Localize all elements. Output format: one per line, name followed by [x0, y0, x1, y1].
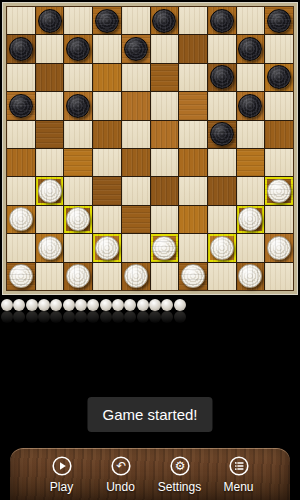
black-piece[interactable]	[210, 65, 234, 89]
tray-piece	[161, 299, 173, 311]
board-square[interactable]	[151, 177, 179, 204]
tray-piece	[112, 299, 124, 311]
board-square[interactable]	[93, 121, 121, 148]
tray-piece	[63, 311, 75, 323]
checkers-board	[2, 2, 298, 295]
white-piece[interactable]	[38, 236, 62, 260]
board-square[interactable]	[179, 263, 207, 290]
board-square[interactable]	[36, 263, 64, 290]
board-square[interactable]	[265, 149, 293, 176]
app-screen: { "game": "checkers", "variant": "intern…	[0, 0, 300, 500]
board-square[interactable]	[237, 234, 265, 261]
white-piece[interactable]	[238, 264, 262, 288]
board-square[interactable]	[36, 234, 64, 261]
menu-button[interactable]: Menu	[209, 455, 268, 494]
board-square[interactable]	[7, 177, 35, 204]
tray-piece	[38, 299, 50, 311]
board-square[interactable]	[179, 7, 207, 34]
menu-label: Menu	[223, 480, 253, 494]
tray-piece	[63, 299, 75, 311]
board-square[interactable]	[237, 64, 265, 91]
board-square[interactable]	[122, 149, 150, 176]
tray-piece	[161, 311, 173, 323]
black-piece[interactable]	[238, 37, 262, 61]
svg-text:↶: ↶	[116, 458, 126, 472]
play-label: Play	[50, 480, 73, 494]
board-square[interactable]	[151, 149, 179, 176]
board-square[interactable]	[179, 149, 207, 176]
white-piece[interactable]	[66, 207, 90, 231]
board-square[interactable]	[122, 234, 150, 261]
board-grid	[6, 6, 294, 291]
board-square[interactable]	[151, 121, 179, 148]
board-square[interactable]	[64, 35, 92, 62]
board-square[interactable]	[36, 64, 64, 91]
board-square[interactable]	[64, 92, 92, 119]
white-piece[interactable]	[9, 264, 33, 288]
tray-piece	[137, 311, 149, 323]
black-piece[interactable]	[66, 94, 90, 118]
board-square[interactable]	[122, 7, 150, 34]
undo-label: Undo	[106, 480, 135, 494]
tray-piece	[149, 299, 161, 311]
undo-button[interactable]: ↶ Undo	[91, 455, 150, 494]
board-square[interactable]	[237, 206, 265, 233]
black-piece[interactable]	[66, 37, 90, 61]
board-square[interactable]	[265, 35, 293, 62]
board-square[interactable]	[93, 35, 121, 62]
board-square[interactable]	[265, 206, 293, 233]
tray-piece	[38, 311, 50, 323]
board-square[interactable]	[7, 35, 35, 62]
settings-button[interactable]: ⚙ Settings	[150, 455, 209, 494]
tray-piece	[137, 299, 149, 311]
board-square[interactable]	[265, 92, 293, 119]
tray-piece	[87, 299, 99, 311]
board-square[interactable]	[7, 7, 35, 34]
board-square[interactable]	[151, 234, 179, 261]
board-square[interactable]	[151, 64, 179, 91]
board-square[interactable]	[7, 121, 35, 148]
tray-piece	[112, 311, 124, 323]
board-square[interactable]	[122, 121, 150, 148]
white-piece[interactable]	[267, 179, 291, 203]
white-piece[interactable]	[95, 236, 119, 260]
board-square[interactable]	[64, 64, 92, 91]
board-square[interactable]	[64, 234, 92, 261]
board-square[interactable]	[179, 177, 207, 204]
tray-piece	[100, 299, 112, 311]
board-square[interactable]	[208, 263, 236, 290]
board-square[interactable]	[179, 92, 207, 119]
black-piece[interactable]	[38, 9, 62, 33]
board-square[interactable]	[151, 92, 179, 119]
black-piece[interactable]	[210, 9, 234, 33]
board-square[interactable]	[237, 35, 265, 62]
board-square[interactable]	[237, 177, 265, 204]
tray-piece	[149, 311, 161, 323]
black-piece[interactable]	[238, 94, 262, 118]
black-piece[interactable]	[95, 9, 119, 33]
tray-piece	[174, 299, 186, 311]
play-icon	[51, 455, 73, 477]
board-square[interactable]	[93, 92, 121, 119]
board-square[interactable]	[93, 263, 121, 290]
board-square[interactable]	[208, 35, 236, 62]
tray-piece	[50, 299, 62, 311]
board-square[interactable]	[237, 263, 265, 290]
white-piece[interactable]	[9, 207, 33, 231]
black-piece[interactable]	[267, 65, 291, 89]
board-square[interactable]	[7, 234, 35, 261]
tray-piece	[26, 299, 38, 311]
white-piece[interactable]	[66, 264, 90, 288]
white-piece[interactable]	[238, 207, 262, 231]
black-piece[interactable]	[9, 37, 33, 61]
tray-piece	[50, 311, 62, 323]
board-square[interactable]	[179, 206, 207, 233]
white-piece[interactable]	[152, 236, 176, 260]
board-square[interactable]	[36, 149, 64, 176]
tray-piece	[1, 311, 13, 323]
tray-piece	[75, 299, 87, 311]
tray-piece	[13, 299, 25, 311]
white-pieces-tray	[1, 299, 186, 311]
board-square[interactable]	[208, 234, 236, 261]
board-square[interactable]	[122, 177, 150, 204]
tray-piece	[124, 299, 136, 311]
board-square[interactable]	[64, 206, 92, 233]
board-square[interactable]	[179, 121, 207, 148]
board-square[interactable]	[36, 92, 64, 119]
board-square[interactable]	[265, 177, 293, 204]
black-piece[interactable]	[210, 122, 234, 146]
board-square[interactable]	[151, 206, 179, 233]
toast-message: Game started!	[87, 397, 212, 432]
board-square[interactable]	[151, 7, 179, 34]
board-square[interactable]	[122, 92, 150, 119]
board-square[interactable]	[208, 206, 236, 233]
board-square[interactable]	[64, 7, 92, 34]
board-square[interactable]	[265, 64, 293, 91]
board-square[interactable]	[122, 263, 150, 290]
black-piece[interactable]	[9, 94, 33, 118]
board-square[interactable]	[237, 7, 265, 34]
settings-icon: ⚙	[169, 455, 191, 477]
tray-piece	[26, 311, 38, 323]
tray-piece	[100, 311, 112, 323]
board-square[interactable]	[64, 121, 92, 148]
board-square[interactable]	[151, 35, 179, 62]
white-piece[interactable]	[210, 236, 234, 260]
board-square[interactable]	[179, 35, 207, 62]
black-piece[interactable]	[267, 9, 291, 33]
white-piece[interactable]	[181, 264, 205, 288]
white-piece[interactable]	[38, 179, 62, 203]
board-square[interactable]	[7, 64, 35, 91]
bottom-toolbar: Play ↶ Undo ⚙ Settings	[10, 448, 290, 500]
board-square[interactable]	[265, 121, 293, 148]
board-square[interactable]	[208, 92, 236, 119]
board-square[interactable]	[122, 35, 150, 62]
board-square[interactable]	[93, 177, 121, 204]
tray-piece	[124, 311, 136, 323]
board-square[interactable]	[64, 177, 92, 204]
board-square[interactable]	[93, 206, 121, 233]
board-square[interactable]	[265, 263, 293, 290]
board-square[interactable]	[64, 263, 92, 290]
white-piece[interactable]	[267, 236, 291, 260]
board-square[interactable]	[36, 206, 64, 233]
board-square[interactable]	[36, 35, 64, 62]
black-piece[interactable]	[152, 9, 176, 33]
board-square[interactable]	[237, 149, 265, 176]
board-square[interactable]	[64, 149, 92, 176]
board-square[interactable]	[7, 92, 35, 119]
settings-label: Settings	[158, 480, 201, 494]
board-square[interactable]	[151, 263, 179, 290]
tray-reflection	[1, 311, 186, 323]
black-piece[interactable]	[124, 37, 148, 61]
menu-icon	[228, 455, 250, 477]
board-square[interactable]	[93, 149, 121, 176]
board-square[interactable]	[237, 121, 265, 148]
board-square[interactable]	[122, 64, 150, 91]
undo-icon: ↶	[110, 455, 132, 477]
white-piece[interactable]	[124, 264, 148, 288]
board-square[interactable]	[208, 177, 236, 204]
board-square[interactable]	[179, 64, 207, 91]
board-square[interactable]	[7, 206, 35, 233]
board-square[interactable]	[93, 7, 121, 34]
tray-piece	[87, 311, 99, 323]
board-square[interactable]	[93, 64, 121, 91]
board-square[interactable]	[208, 149, 236, 176]
tray-piece	[1, 299, 13, 311]
board-square[interactable]	[208, 121, 236, 148]
svg-text:⚙: ⚙	[174, 459, 185, 473]
board-square[interactable]	[36, 121, 64, 148]
board-square[interactable]	[208, 7, 236, 34]
board-square[interactable]	[7, 149, 35, 176]
tray-piece	[75, 311, 87, 323]
play-button[interactable]: Play	[32, 455, 91, 494]
board-square[interactable]	[36, 7, 64, 34]
board-square[interactable]	[36, 177, 64, 204]
board-square[interactable]	[7, 263, 35, 290]
board-square[interactable]	[93, 234, 121, 261]
board-square[interactable]	[208, 64, 236, 91]
board-square[interactable]	[265, 7, 293, 34]
tray-piece	[174, 311, 186, 323]
board-square[interactable]	[179, 234, 207, 261]
board-square[interactable]	[237, 92, 265, 119]
board-square[interactable]	[122, 206, 150, 233]
tray-piece	[13, 311, 25, 323]
board-square[interactable]	[265, 234, 293, 261]
